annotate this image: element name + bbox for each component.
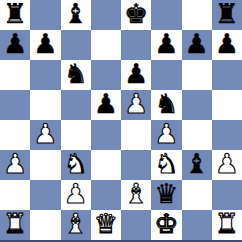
black-pawn-f7[interactable]: ♟ [154, 30, 178, 59]
square-c4[interactable] [61, 120, 91, 150]
black-pawn-d5[interactable]: ♟ [94, 90, 118, 119]
square-f4[interactable]: ♟ [151, 120, 181, 150]
square-b5[interactable] [30, 90, 60, 120]
white-king-f1[interactable]: ♚ [154, 210, 178, 239]
white-queen-d1[interactable]: ♛ [94, 210, 118, 239]
square-h2[interactable] [212, 180, 242, 210]
square-h4[interactable] [212, 120, 242, 150]
square-b3[interactable] [30, 150, 60, 180]
white-rook-h1[interactable]: ♜ [215, 210, 239, 239]
square-g6[interactable] [182, 60, 212, 90]
square-h8[interactable]: ♜ [212, 0, 242, 30]
black-pawn-a7[interactable]: ♟ [3, 30, 27, 59]
black-rook-h8[interactable]: ♜ [215, 0, 239, 29]
square-b4[interactable]: ♟ [30, 120, 60, 150]
square-g2[interactable] [182, 180, 212, 210]
square-c2[interactable]: ♟ [61, 180, 91, 210]
black-pawn-e6[interactable]: ♟ [124, 60, 148, 89]
white-pawn-f4[interactable]: ♟ [154, 120, 178, 149]
square-b6[interactable] [30, 60, 60, 90]
white-knight-c3[interactable]: ♞ [64, 150, 88, 179]
square-h6[interactable] [212, 60, 242, 90]
square-h7[interactable]: ♟ [212, 30, 242, 60]
square-f6[interactable] [151, 60, 181, 90]
square-a2[interactable] [0, 180, 30, 210]
square-d3[interactable] [91, 150, 121, 180]
square-f5[interactable]: ♞ [151, 90, 181, 120]
white-knight-f3[interactable]: ♞ [154, 150, 178, 179]
square-d6[interactable] [91, 60, 121, 90]
white-rook-a1[interactable]: ♜ [3, 210, 27, 239]
square-d2[interactable] [91, 180, 121, 210]
square-g4[interactable] [182, 120, 212, 150]
square-a8[interactable]: ♜ [0, 0, 30, 30]
square-c5[interactable] [61, 90, 91, 120]
square-d8[interactable] [91, 0, 121, 30]
black-pawn-h7[interactable]: ♟ [215, 30, 239, 59]
square-f1[interactable]: ♚ [151, 210, 181, 240]
square-b1[interactable] [30, 210, 60, 240]
square-a7[interactable]: ♟ [0, 30, 30, 60]
square-h5[interactable] [212, 90, 242, 120]
white-pawn-a3[interactable]: ♟ [3, 150, 27, 179]
black-knight-f5[interactable]: ♞ [154, 90, 178, 119]
white-pawn-c2[interactable]: ♟ [64, 180, 88, 209]
square-b2[interactable] [30, 180, 60, 210]
square-a6[interactable] [0, 60, 30, 90]
black-rook-a8[interactable]: ♜ [3, 0, 27, 29]
square-e1[interactable] [121, 210, 151, 240]
square-e2[interactable]: ♝ [121, 180, 151, 210]
square-d1[interactable]: ♛ [91, 210, 121, 240]
square-d4[interactable] [91, 120, 121, 150]
square-e4[interactable] [121, 120, 151, 150]
square-e6[interactable]: ♟ [121, 60, 151, 90]
white-pawn-h3[interactable]: ♟ [215, 150, 239, 179]
square-a3[interactable]: ♟ [0, 150, 30, 180]
square-g5[interactable] [182, 90, 212, 120]
square-e5[interactable]: ♟ [121, 90, 151, 120]
square-c6[interactable]: ♞ [61, 60, 91, 90]
black-pawn-g7[interactable]: ♟ [185, 30, 209, 59]
square-b7[interactable]: ♟ [30, 30, 60, 60]
square-e8[interactable]: ♚ [121, 0, 151, 30]
square-h1[interactable]: ♜ [212, 210, 242, 240]
square-b8[interactable] [30, 0, 60, 30]
square-g8[interactable] [182, 0, 212, 30]
square-a1[interactable]: ♜ [0, 210, 30, 240]
black-bishop-c8[interactable]: ♝ [64, 0, 88, 29]
white-bishop-e2[interactable]: ♝ [124, 180, 148, 209]
square-f2[interactable]: ♛ [151, 180, 181, 210]
white-bishop-c1[interactable]: ♝ [64, 210, 88, 239]
square-g3[interactable]: ♝ [182, 150, 212, 180]
black-queen-f2[interactable]: ♛ [154, 180, 178, 209]
white-pawn-e5[interactable]: ♟ [124, 90, 148, 119]
square-c1[interactable]: ♝ [61, 210, 91, 240]
square-c7[interactable] [61, 30, 91, 60]
square-g7[interactable]: ♟ [182, 30, 212, 60]
square-e7[interactable] [121, 30, 151, 60]
square-a5[interactable] [0, 90, 30, 120]
square-a4[interactable] [0, 120, 30, 150]
square-e3[interactable] [121, 150, 151, 180]
black-pawn-b7[interactable]: ♟ [33, 30, 57, 59]
black-knight-c6[interactable]: ♞ [64, 60, 88, 89]
chess-board: ♜♝♚♜♟♟♟♟♟♞♟♟♟♞♟♟♟♞♞♝♟♟♝♛♜♝♛♚♜ [0, 0, 242, 240]
white-pawn-b4[interactable]: ♟ [33, 120, 57, 149]
square-g1[interactable] [182, 210, 212, 240]
black-king-e8[interactable]: ♚ [124, 0, 148, 29]
square-d5[interactable]: ♟ [91, 90, 121, 120]
square-f7[interactable]: ♟ [151, 30, 181, 60]
black-bishop-g3[interactable]: ♝ [185, 150, 209, 179]
square-h3[interactable]: ♟ [212, 150, 242, 180]
square-c8[interactable]: ♝ [61, 0, 91, 30]
square-f8[interactable] [151, 0, 181, 30]
square-f3[interactable]: ♞ [151, 150, 181, 180]
square-c3[interactable]: ♞ [61, 150, 91, 180]
square-d7[interactable] [91, 30, 121, 60]
chess-board-container: ♜♝♚♜♟♟♟♟♟♞♟♟♟♞♟♟♟♞♞♝♟♟♝♛♜♝♛♚♜ [0, 0, 242, 242]
